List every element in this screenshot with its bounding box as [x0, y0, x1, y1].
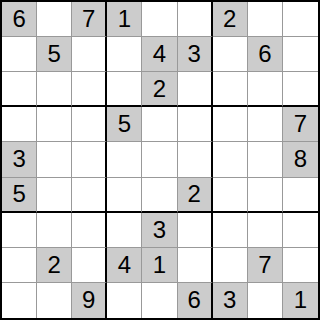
cell-r9c3: 9 — [72, 283, 107, 318]
cell-r5c5[interactable] — [142, 142, 177, 177]
sudoku-board: 671254362573852324179631 — [0, 0, 320, 320]
cell-r1c8[interactable] — [248, 2, 283, 37]
cell-r2c6: 3 — [178, 37, 213, 72]
cell-r7c9[interactable] — [283, 213, 318, 248]
cell-r7c8[interactable] — [248, 213, 283, 248]
cell-r7c2[interactable] — [37, 213, 72, 248]
cell-r9c2[interactable] — [37, 283, 72, 318]
cell-r8c5: 1 — [142, 248, 177, 283]
cell-r9c4[interactable] — [107, 283, 142, 318]
cell-r6c3[interactable] — [72, 178, 107, 213]
cell-r6c2[interactable] — [37, 178, 72, 213]
cell-r2c8: 6 — [248, 37, 283, 72]
cell-r1c6[interactable] — [178, 2, 213, 37]
cell-r4c8[interactable] — [248, 107, 283, 142]
cell-r5c2[interactable] — [37, 142, 72, 177]
cell-r6c8[interactable] — [248, 178, 283, 213]
cell-r3c5: 2 — [142, 72, 177, 107]
cell-r8c2: 2 — [37, 248, 72, 283]
cell-r8c1[interactable] — [2, 248, 37, 283]
cell-r3c1[interactable] — [2, 72, 37, 107]
cell-r5c1: 3 — [2, 142, 37, 177]
cell-r9c5[interactable] — [142, 283, 177, 318]
cell-r9c8[interactable] — [248, 283, 283, 318]
cell-r3c2[interactable] — [37, 72, 72, 107]
cell-r7c3[interactable] — [72, 213, 107, 248]
cell-r9c7: 3 — [213, 283, 248, 318]
cell-r8c7[interactable] — [213, 248, 248, 283]
cell-r8c4: 4 — [107, 248, 142, 283]
cell-r7c7[interactable] — [213, 213, 248, 248]
cell-r2c1[interactable] — [2, 37, 37, 72]
cell-r1c1: 6 — [2, 2, 37, 37]
cell-r8c6[interactable] — [178, 248, 213, 283]
cell-r3c7[interactable] — [213, 72, 248, 107]
cell-r5c6[interactable] — [178, 142, 213, 177]
cell-r6c1: 5 — [2, 178, 37, 213]
cell-r3c8[interactable] — [248, 72, 283, 107]
cell-r7c5: 3 — [142, 213, 177, 248]
cell-r7c6[interactable] — [178, 213, 213, 248]
cell-r6c4[interactable] — [107, 178, 142, 213]
cell-r1c3: 7 — [72, 2, 107, 37]
cell-r8c8: 7 — [248, 248, 283, 283]
cell-r4c3[interactable] — [72, 107, 107, 142]
cell-r2c3[interactable] — [72, 37, 107, 72]
cell-r9c9: 1 — [283, 283, 318, 318]
cell-r8c9[interactable] — [283, 248, 318, 283]
cell-r2c9[interactable] — [283, 37, 318, 72]
cell-r1c9[interactable] — [283, 2, 318, 37]
cell-r1c5[interactable] — [142, 2, 177, 37]
cell-r5c8[interactable] — [248, 142, 283, 177]
cell-r7c1[interactable] — [2, 213, 37, 248]
cell-r3c4[interactable] — [107, 72, 142, 107]
cell-r3c6[interactable] — [178, 72, 213, 107]
cell-r5c9: 8 — [283, 142, 318, 177]
cell-r2c7[interactable] — [213, 37, 248, 72]
cell-r4c2[interactable] — [37, 107, 72, 142]
cell-r3c3[interactable] — [72, 72, 107, 107]
cell-r4c5[interactable] — [142, 107, 177, 142]
cell-r1c4: 1 — [107, 2, 142, 37]
cell-r4c6[interactable] — [178, 107, 213, 142]
cell-r6c7[interactable] — [213, 178, 248, 213]
cell-r4c9: 7 — [283, 107, 318, 142]
cell-r7c4[interactable] — [107, 213, 142, 248]
cell-r8c3[interactable] — [72, 248, 107, 283]
cell-r2c5: 4 — [142, 37, 177, 72]
cell-r5c3[interactable] — [72, 142, 107, 177]
cell-r6c5[interactable] — [142, 178, 177, 213]
cell-r2c4[interactable] — [107, 37, 142, 72]
cell-r4c4: 5 — [107, 107, 142, 142]
cell-r9c1[interactable] — [2, 283, 37, 318]
cell-r6c9[interactable] — [283, 178, 318, 213]
cell-r3c9[interactable] — [283, 72, 318, 107]
cell-r2c2: 5 — [37, 37, 72, 72]
cell-r4c7[interactable] — [213, 107, 248, 142]
cell-r4c1[interactable] — [2, 107, 37, 142]
cell-r5c4[interactable] — [107, 142, 142, 177]
cell-r1c2[interactable] — [37, 2, 72, 37]
cell-r9c6: 6 — [178, 283, 213, 318]
cell-r5c7[interactable] — [213, 142, 248, 177]
cell-r6c6: 2 — [178, 178, 213, 213]
cell-r1c7: 2 — [213, 2, 248, 37]
